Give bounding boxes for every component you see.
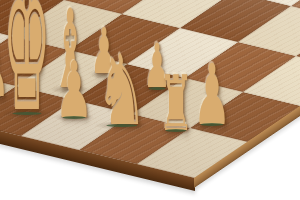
rook-glyph: ♜ [159,73,194,133]
pawn-glyph: ♟ [55,60,93,121]
base-felt [12,112,41,115]
chess-photo-stage: ♟♟♟♝♜♟♚♞♟ [0,0,300,200]
base-felt [62,116,85,119]
pieces-layer: ♟♟♟♝♜♟♚♞♟ [0,0,300,200]
knight-glyph: ♞ [97,53,148,129]
king-glyph: ♚ [3,0,50,118]
base-felt [200,123,223,126]
pawn-glyph: ♟ [193,62,231,128]
base-felt [106,124,137,127]
